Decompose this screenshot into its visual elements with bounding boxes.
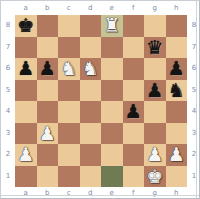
square-b5[interactable] (37, 80, 59, 102)
square-g4[interactable] (144, 101, 166, 123)
square-e7[interactable] (101, 37, 123, 59)
square-g7[interactable]: ♛ (144, 37, 166, 59)
square-c8[interactable] (58, 15, 80, 37)
square-f8[interactable] (123, 15, 145, 37)
square-d1[interactable] (80, 166, 102, 188)
square-c3[interactable] (58, 123, 80, 145)
square-d2[interactable] (80, 144, 102, 166)
square-h7[interactable] (166, 37, 188, 59)
square-b3[interactable]: ♟ (37, 123, 59, 145)
piece-white-king-g1[interactable]: ♚ (146, 166, 163, 188)
piece-white-pawn-h2[interactable]: ♟ (168, 144, 185, 166)
file-labels-bottom: abcdefgh (15, 187, 187, 199)
square-h5[interactable]: ♞ (166, 80, 188, 102)
square-g1[interactable]: ♚ (144, 166, 166, 188)
coordinate-label-h: h (166, 2, 188, 14)
coordinate-label-c: c (58, 187, 80, 199)
coordinate-label-4: 4 (2, 101, 14, 123)
square-f7[interactable] (123, 37, 145, 59)
piece-white-rook-e8[interactable]: ♜ (103, 15, 120, 37)
square-c4[interactable] (58, 101, 80, 123)
coordinate-label-d: d (80, 2, 102, 14)
square-d4[interactable] (80, 101, 102, 123)
piece-white-knight-d6[interactable]: ♞ (82, 58, 99, 80)
square-a4[interactable] (15, 101, 37, 123)
square-e2[interactable] (101, 144, 123, 166)
coordinate-label-1: 1 (2, 166, 14, 188)
piece-white-pawn-a2[interactable]: ♟ (17, 144, 34, 166)
square-a1[interactable] (15, 166, 37, 188)
square-f4[interactable]: ♟ (123, 101, 145, 123)
square-d7[interactable] (80, 37, 102, 59)
square-h6[interactable]: ♟ (166, 58, 188, 80)
piece-black-pawn-h6[interactable]: ♟ (168, 58, 185, 80)
coordinate-label-e: e (101, 187, 123, 199)
square-d3[interactable] (80, 123, 102, 145)
coordinate-label-f: f (123, 2, 145, 14)
square-a7[interactable] (15, 37, 37, 59)
piece-white-pawn-g2[interactable]: ♟ (146, 144, 163, 166)
square-h2[interactable]: ♟ (166, 144, 188, 166)
square-a2[interactable]: ♟ (15, 144, 37, 166)
coordinate-label-8: 8 (188, 15, 200, 37)
piece-black-knight-h5[interactable]: ♞ (168, 80, 185, 102)
square-g3[interactable] (144, 123, 166, 145)
square-h8[interactable] (166, 15, 188, 37)
coordinate-label-3: 3 (2, 123, 14, 145)
coordinate-label-1: 1 (188, 166, 200, 188)
square-c7[interactable] (58, 37, 80, 59)
square-f3[interactable] (123, 123, 145, 145)
square-d8[interactable] (80, 15, 102, 37)
piece-white-knight-c6[interactable]: ♞ (60, 58, 77, 80)
file-labels-top: abcdefgh (15, 2, 187, 14)
square-e1[interactable] (101, 166, 123, 188)
coordinate-label-h: h (166, 187, 188, 199)
square-b7[interactable] (37, 37, 59, 59)
square-b2[interactable] (37, 144, 59, 166)
coordinate-label-5: 5 (2, 80, 14, 102)
square-b8[interactable] (37, 15, 59, 37)
square-f2[interactable] (123, 144, 145, 166)
coordinate-label-d: d (80, 187, 102, 199)
coordinate-label-7: 7 (2, 37, 14, 59)
square-e6[interactable] (101, 58, 123, 80)
coordinate-label-7: 7 (188, 37, 200, 59)
piece-white-pawn-b3[interactable]: ♟ (39, 123, 56, 145)
piece-black-king-a8[interactable]: ♚ (17, 15, 34, 37)
square-e4[interactable] (101, 101, 123, 123)
coordinate-label-b: b (37, 187, 59, 199)
piece-black-pawn-f4[interactable]: ♟ (125, 101, 142, 123)
coordinate-label-2: 2 (188, 144, 200, 166)
coordinate-label-b: b (37, 2, 59, 14)
rank-labels-right: 87654321 (188, 15, 200, 187)
coordinate-label-6: 6 (188, 58, 200, 80)
square-c2[interactable] (58, 144, 80, 166)
square-g2[interactable]: ♟ (144, 144, 166, 166)
square-c1[interactable] (58, 166, 80, 188)
square-g6[interactable] (144, 58, 166, 80)
piece-black-pawn-a6[interactable]: ♟ (17, 58, 34, 80)
coordinate-label-g: g (144, 187, 166, 199)
square-g8[interactable] (144, 15, 166, 37)
coordinate-label-8: 8 (2, 15, 14, 37)
piece-black-pawn-b6[interactable]: ♟ (39, 58, 56, 80)
square-a6[interactable]: ♟ (15, 58, 37, 80)
piece-black-pawn-g5[interactable]: ♟ (146, 80, 163, 102)
square-d6[interactable]: ♞ (80, 58, 102, 80)
square-b6[interactable]: ♟ (37, 58, 59, 80)
coordinate-label-3: 3 (188, 123, 200, 145)
square-f1[interactable] (123, 166, 145, 188)
square-g5[interactable]: ♟ (144, 80, 166, 102)
piece-black-queen-g7[interactable]: ♛ (146, 37, 163, 59)
square-a5[interactable] (15, 80, 37, 102)
square-a8[interactable]: ♚ (15, 15, 37, 37)
square-f5[interactable] (123, 80, 145, 102)
square-h1[interactable] (166, 166, 188, 188)
coordinate-label-g: g (144, 2, 166, 14)
square-e5[interactable] (101, 80, 123, 102)
coordinate-label-4: 4 (188, 101, 200, 123)
chess-board: ♚♜♛♟♟♞♞♟♟♞♟♟♟♟♟♚ (15, 15, 187, 187)
coordinate-label-c: c (58, 2, 80, 14)
chess-diagram-window: abcdefgh 87654321 ♚♜♛♟♟♞♞♟♟♞♟♟♟♟♟♚ 87654… (0, 0, 200, 199)
coordinate-label-a: a (15, 2, 37, 14)
square-e3[interactable] (101, 123, 123, 145)
rank-labels-left: 87654321 (2, 15, 14, 187)
coordinate-label-e: e (101, 2, 123, 14)
square-h4[interactable] (166, 101, 188, 123)
coordinate-label-5: 5 (188, 80, 200, 102)
square-c6[interactable]: ♞ (58, 58, 80, 80)
square-e8[interactable]: ♜ (101, 15, 123, 37)
frame-line-bottom (1, 195, 199, 196)
square-b1[interactable] (37, 166, 59, 188)
coordinate-label-2: 2 (2, 144, 14, 166)
coordinate-label-f: f (123, 187, 145, 199)
frame-line-right (196, 1, 197, 198)
square-c5[interactable] (58, 80, 80, 102)
coordinate-label-6: 6 (2, 58, 14, 80)
coordinate-label-a: a (15, 187, 37, 199)
square-h3[interactable] (166, 123, 188, 145)
square-d5[interactable] (80, 80, 102, 102)
square-b4[interactable] (37, 101, 59, 123)
square-a3[interactable] (15, 123, 37, 145)
square-f6[interactable] (123, 58, 145, 80)
